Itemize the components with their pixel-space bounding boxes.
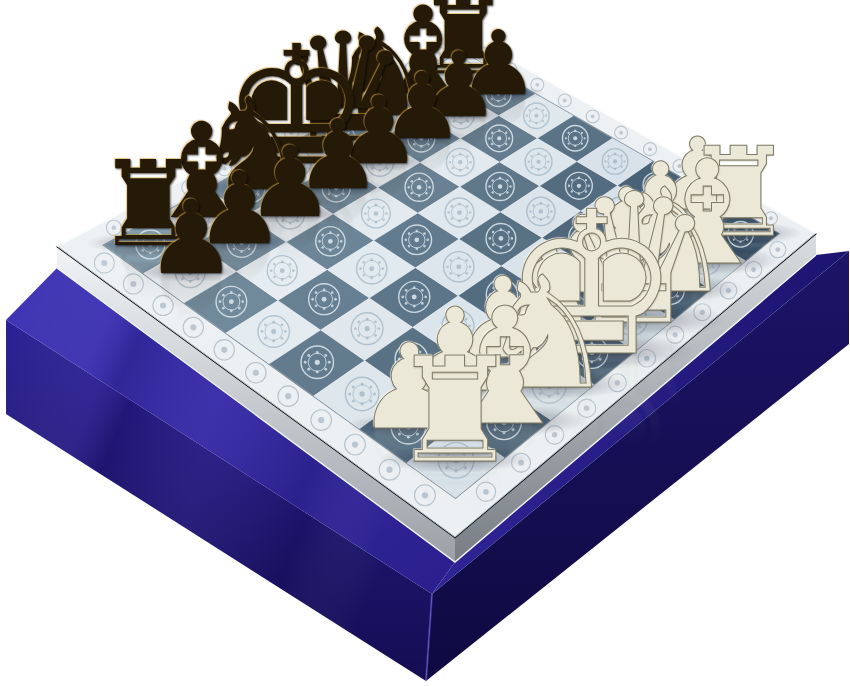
board-and-box-scene xyxy=(0,0,850,686)
chess-set-photo: ♜♜♝♝♞♞♚♚♛♛♞♞♝♝♜♜♟♟♟♟♟♟♟♟♟♟♟♟♟♟♟♟♟♟♟♟♟♟♟♟… xyxy=(0,0,850,686)
